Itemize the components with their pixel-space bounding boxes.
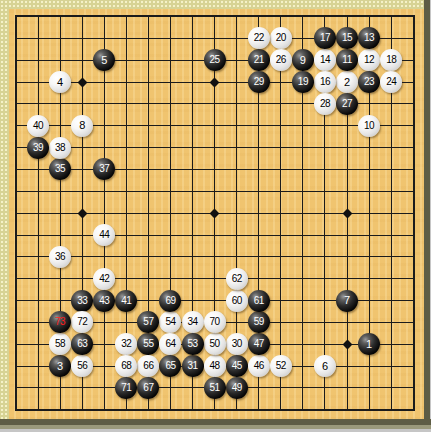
move-number: 57 [143, 317, 153, 327]
stone-black-33: 33 [71, 290, 93, 312]
move-number: 11 [342, 55, 351, 65]
move-number: 52 [276, 361, 286, 371]
stone-black-23: 23 [358, 71, 380, 93]
stone-white-70: 70 [204, 311, 226, 333]
stone-black-69: 69 [159, 290, 181, 312]
move-number: 13 [364, 33, 374, 43]
stone-white-2: 2 [336, 71, 358, 93]
move-number: 40 [33, 120, 43, 130]
move-number: 1 [366, 338, 372, 349]
move-number: 27 [342, 98, 352, 108]
move-number: 3 [57, 360, 63, 371]
move-number: 66 [143, 361, 153, 371]
stone-black-43: 43 [93, 290, 115, 312]
move-number: 59 [254, 317, 264, 327]
stone-black-45: 45 [226, 355, 248, 377]
stone-white-62: 62 [226, 268, 248, 290]
board-frame-left [0, 0, 9, 420]
move-number: 61 [254, 295, 264, 305]
stone-black-53: 53 [182, 333, 204, 355]
stone-white-52: 52 [270, 355, 292, 377]
move-number: 35 [55, 164, 65, 174]
move-number: 31 [187, 361, 197, 371]
move-number: 32 [121, 339, 131, 349]
move-number: 46 [254, 361, 264, 371]
stone-black-47: 47 [248, 333, 270, 355]
move-number: 45 [232, 361, 242, 371]
stone-white-48: 48 [204, 355, 226, 377]
move-number: 63 [77, 339, 87, 349]
move-number: 14 [320, 55, 330, 65]
move-number: 55 [143, 339, 153, 349]
stone-black-59: 59 [248, 311, 270, 333]
move-number: 64 [165, 339, 175, 349]
go-game-window: 1234567891011121314151617181920212223242… [0, 0, 431, 432]
stone-white-20: 20 [270, 27, 292, 49]
stone-black-41: 41 [115, 290, 137, 312]
move-number: 12 [364, 55, 374, 65]
move-number: 70 [210, 317, 220, 327]
move-number: 50 [210, 339, 220, 349]
move-number: 47 [254, 339, 264, 349]
move-number: 15 [342, 33, 352, 43]
stone-black-39: 39 [27, 137, 49, 159]
move-number: 34 [187, 317, 197, 327]
move-number: 4 [57, 76, 63, 87]
stone-white-30: 30 [226, 333, 248, 355]
move-number: 7 [344, 295, 350, 306]
move-number: 69 [165, 295, 175, 305]
move-number: 43 [99, 295, 109, 305]
stone-white-42: 42 [93, 268, 115, 290]
move-number: 30 [232, 339, 242, 349]
move-number: 38 [55, 142, 65, 152]
move-number: 6 [322, 360, 328, 371]
stone-white-22: 22 [248, 27, 270, 49]
move-number: 62 [232, 273, 242, 283]
move-number: 22 [254, 33, 264, 43]
move-number: 67 [143, 382, 153, 392]
move-number: 24 [386, 77, 396, 87]
stone-white-28: 28 [314, 93, 336, 115]
stone-black-25: 25 [204, 49, 226, 71]
stone-black-9: 9 [292, 49, 314, 71]
stone-white-26: 26 [270, 49, 292, 71]
stone-white-14: 14 [314, 49, 336, 71]
stone-white-10: 10 [358, 115, 380, 137]
stone-white-46: 46 [248, 355, 270, 377]
stone-white-34: 34 [182, 311, 204, 333]
move-number: 39 [33, 142, 43, 152]
move-number: 68 [121, 361, 131, 371]
move-number: 37 [99, 164, 109, 174]
move-number: 28 [320, 98, 330, 108]
stone-white-16: 16 [314, 71, 336, 93]
move-number: 17 [320, 33, 330, 43]
move-number: 73 [55, 317, 65, 327]
move-number: 26 [276, 55, 286, 65]
stone-white-50: 50 [204, 333, 226, 355]
move-number: 44 [99, 230, 109, 240]
board-frame-top [0, 0, 425, 9]
move-number: 42 [99, 273, 109, 283]
move-number: 23 [364, 77, 374, 87]
move-number: 18 [386, 55, 396, 65]
move-number: 25 [210, 55, 220, 65]
go-board[interactable]: 1234567891011121314151617181920212223242… [0, 0, 425, 420]
stone-black-21: 21 [248, 49, 270, 71]
move-number: 49 [232, 382, 242, 392]
move-number: 56 [77, 361, 87, 371]
stone-black-7: 7 [336, 290, 358, 312]
move-number: 19 [298, 77, 308, 87]
stone-white-4: 4 [49, 71, 71, 93]
stone-black-29: 29 [248, 71, 270, 93]
move-number: 48 [210, 361, 220, 371]
move-number: 2 [344, 76, 350, 87]
stone-black-27: 27 [336, 93, 358, 115]
move-number: 72 [77, 317, 87, 327]
board-frame-bottom-bevel [0, 425, 431, 429]
stone-white-40: 40 [27, 115, 49, 137]
stone-white-38: 38 [49, 137, 71, 159]
stone-white-8: 8 [71, 115, 93, 137]
stone-black-61: 61 [248, 290, 270, 312]
move-number: 29 [254, 77, 264, 87]
stone-black-31: 31 [182, 355, 204, 377]
move-number: 36 [55, 251, 65, 261]
move-number: 9 [300, 54, 306, 65]
stone-black-51: 51 [204, 377, 226, 399]
move-number: 16 [320, 77, 330, 87]
stone-black-49: 49 [226, 377, 248, 399]
move-number: 33 [77, 295, 87, 305]
move-number: 53 [187, 339, 197, 349]
stone-white-36: 36 [49, 246, 71, 268]
move-number: 5 [101, 54, 107, 65]
move-number: 21 [254, 55, 264, 65]
move-number: 10 [364, 120, 374, 130]
stone-black-19: 19 [292, 71, 314, 93]
move-number: 54 [165, 317, 175, 327]
move-number: 41 [121, 295, 131, 305]
stone-white-60: 60 [226, 290, 248, 312]
move-number: 60 [232, 295, 242, 305]
stone-white-6: 6 [314, 355, 336, 377]
board-frame-right [424, 0, 430, 429]
move-number: 20 [276, 33, 286, 43]
move-number: 8 [79, 120, 85, 131]
move-number: 51 [210, 382, 220, 392]
move-number: 71 [121, 382, 131, 392]
move-number: 65 [165, 361, 175, 371]
move-number: 58 [55, 339, 65, 349]
